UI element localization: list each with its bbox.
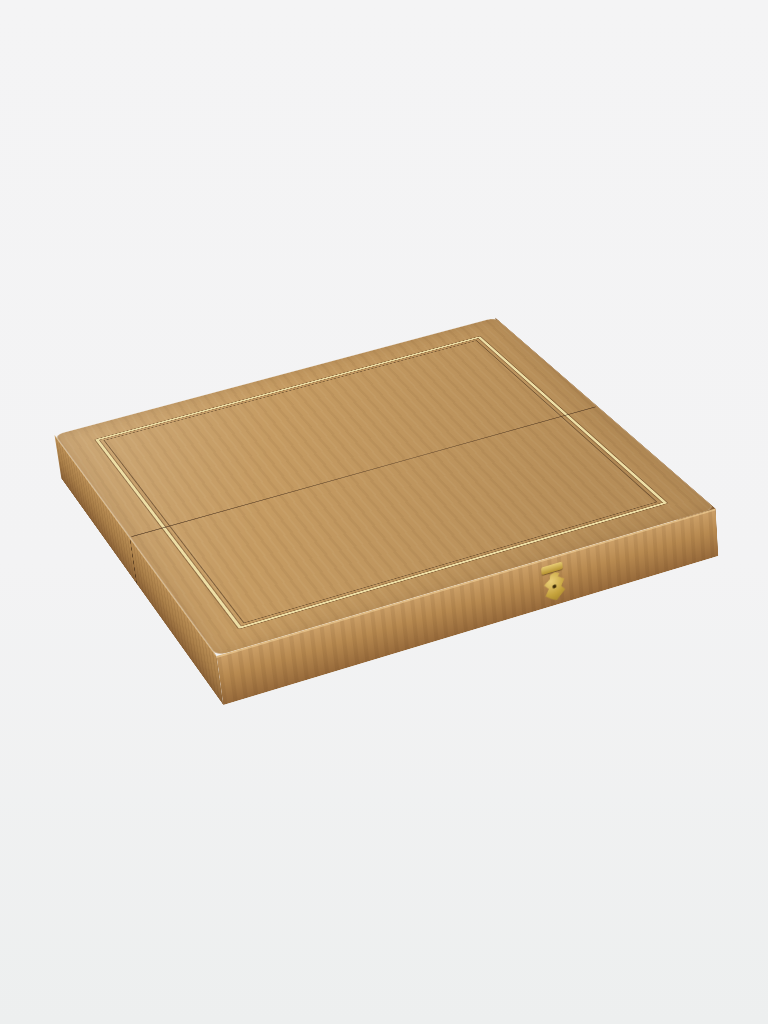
- pieces-layer: [0, 0, 768, 1024]
- studio-background: [0, 0, 768, 1024]
